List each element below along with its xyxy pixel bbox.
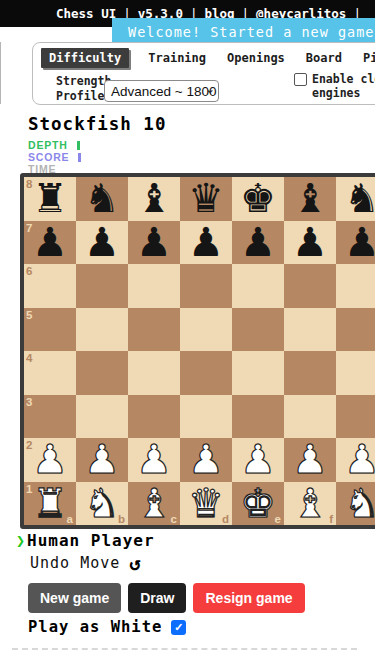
square-b7[interactable]: ♟ [76, 221, 128, 265]
turn-indicator-row: ❯ Human Player [16, 531, 155, 550]
square-c5[interactable] [128, 308, 180, 352]
square-g5[interactable] [336, 308, 375, 352]
square-a2[interactable]: 2♟ [24, 438, 76, 482]
square-g8[interactable]: ♞ [336, 177, 375, 221]
square-c1[interactable]: c♝ [128, 482, 180, 526]
action-buttons: New game Draw Resign game [28, 583, 305, 613]
piece-black-pawn[interactable]: ♟ [32, 221, 68, 264]
square-e1[interactable]: e♚ [232, 482, 284, 526]
piece-white-pawn[interactable]: ♟ [32, 438, 68, 481]
piece-black-pawn[interactable]: ♟ [136, 221, 172, 264]
tab-board[interactable]: Board [304, 48, 344, 68]
cloud-engines-checkbox[interactable] [294, 73, 307, 86]
square-d6[interactable] [180, 264, 232, 308]
piece-white-pawn[interactable]: ♟ [188, 438, 224, 481]
file-label-f: f [329, 513, 333, 525]
square-b1[interactable]: b♞ [76, 482, 128, 526]
stat-score: SCORE [28, 151, 81, 163]
stat-depth-label: DEPTH [28, 139, 68, 151]
play-as-white-checkbox[interactable]: ✓ [171, 620, 186, 635]
undo-move-row: Undo Move ↺ [30, 552, 142, 574]
square-a5[interactable]: 5 [24, 308, 76, 352]
tab-difficulty[interactable]: Difficulty [41, 48, 129, 68]
toast-message: Welcome! Started a new game [128, 24, 374, 40]
square-f7[interactable]: ♟ [284, 221, 336, 265]
cloud-engines-label: Enable cloud engines [312, 72, 375, 100]
square-a1[interactable]: 1a♜ [24, 482, 76, 526]
piece-black-pawn[interactable]: ♟ [240, 221, 276, 264]
rank-label-4: 4 [26, 352, 32, 364]
square-f4[interactable] [284, 351, 336, 395]
new-game-button[interactable]: New game [28, 583, 121, 613]
square-c2[interactable]: ♟ [128, 438, 180, 482]
tab-pieces[interactable]: Pieces [361, 48, 375, 68]
resign-game-button[interactable]: Resign game [193, 583, 304, 613]
square-b5[interactable] [76, 308, 128, 352]
engine-name: Stockfish 10 [28, 114, 166, 134]
cloud-engines-group: Enable cloud engines [294, 72, 375, 100]
settings-tabs: Difficulty Training Openings Board Piece… [41, 48, 375, 68]
square-e7[interactable]: ♟ [232, 221, 284, 265]
stat-depth-bar [77, 141, 80, 150]
square-e8[interactable]: ♚ [232, 177, 284, 221]
square-d8[interactable]: ♛ [180, 177, 232, 221]
piece-black-king[interactable]: ♚ [240, 177, 276, 220]
square-g2[interactable]: ♟ [336, 438, 375, 482]
piece-white-king[interactable]: ♚ [240, 482, 276, 525]
play-as-white-row: Play as White ✓ [28, 618, 186, 636]
turn-arrow-icon: ❯ [16, 532, 25, 550]
player-name: Human Player [27, 531, 155, 550]
square-g4[interactable] [336, 351, 375, 395]
undo-move-label: Undo Move [30, 554, 120, 572]
piece-white-pawn[interactable]: ♟ [84, 438, 120, 481]
square-f6[interactable] [284, 264, 336, 308]
piece-white-knight[interactable]: ♞ [344, 482, 375, 525]
section-divider [12, 648, 357, 650]
square-a7[interactable]: 7♟ [24, 221, 76, 265]
piece-black-queen[interactable]: ♛ [188, 177, 224, 220]
square-f1[interactable]: f♝ [284, 482, 336, 526]
square-d4[interactable] [180, 351, 232, 395]
piece-white-bishop[interactable]: ♝ [136, 482, 172, 525]
tab-openings[interactable]: Openings [225, 48, 287, 68]
piece-black-pawn[interactable]: ♟ [188, 221, 224, 264]
square-f8[interactable]: ♝ [284, 177, 336, 221]
square-d5[interactable] [180, 308, 232, 352]
piece-black-knight[interactable]: ♞ [84, 177, 120, 220]
piece-white-pawn[interactable]: ♟ [344, 438, 375, 481]
square-g6[interactable] [336, 264, 375, 308]
square-c6[interactable] [128, 264, 180, 308]
draw-button[interactable]: Draw [128, 583, 186, 613]
piece-white-rook[interactable]: ♜ [32, 482, 68, 525]
square-f5[interactable] [284, 308, 336, 352]
square-b6[interactable] [76, 264, 128, 308]
piece-black-bishop[interactable]: ♝ [292, 177, 328, 220]
square-f3[interactable] [284, 395, 336, 439]
square-d1[interactable]: d♛ [180, 482, 232, 526]
rank-label-3: 3 [26, 396, 32, 408]
piece-black-pawn[interactable]: ♟ [84, 221, 120, 264]
square-e6[interactable] [232, 264, 284, 308]
undo-icon[interactable]: ↺ [129, 552, 141, 574]
app-title: Chess UI [56, 6, 116, 21]
engine-stats: DEPTH SCORE TIME [28, 139, 81, 175]
square-b2[interactable]: ♟ [76, 438, 128, 482]
piece-black-bishop[interactable]: ♝ [136, 177, 172, 220]
stat-score-label: SCORE [28, 151, 69, 163]
piece-white-pawn[interactable]: ♟ [240, 438, 276, 481]
square-e3[interactable] [232, 395, 284, 439]
rank-label-5: 5 [26, 309, 32, 321]
piece-white-queen[interactable]: ♛ [188, 482, 224, 525]
square-d2[interactable]: ♟ [180, 438, 232, 482]
square-a8[interactable]: 8♜ [24, 177, 76, 221]
stat-depth: DEPTH [28, 139, 81, 151]
square-g1[interactable]: g♞ [336, 482, 375, 526]
piece-white-pawn[interactable]: ♟ [292, 438, 328, 481]
square-e5[interactable] [232, 308, 284, 352]
play-as-white-label: Play as White [28, 618, 162, 636]
square-b4[interactable] [76, 351, 128, 395]
square-f2[interactable]: ♟ [284, 438, 336, 482]
square-e2[interactable]: ♟ [232, 438, 284, 482]
piece-black-pawn[interactable]: ♟ [292, 221, 328, 264]
difficulty-panel: Difficulty Training Openings Board Piece… [32, 42, 375, 105]
tab-training[interactable]: Training [146, 48, 208, 68]
panel-left-border [0, 42, 1, 104]
square-d3[interactable] [180, 395, 232, 439]
square-c7[interactable]: ♟ [128, 221, 180, 265]
chess-board: 8♜♞♝♛♚♝♞♜7♟♟♟♟♟♟♟♟65432♟♟♟♟♟♟♟♟1a♜b♞c♝d♛… [24, 177, 375, 525]
square-d7[interactable]: ♟ [180, 221, 232, 265]
piece-black-knight[interactable]: ♞ [344, 177, 375, 220]
square-g7[interactable]: ♟ [336, 221, 375, 265]
piece-white-knight[interactable]: ♞ [84, 482, 120, 525]
square-c3[interactable] [128, 395, 180, 439]
square-b8[interactable]: ♞ [76, 177, 128, 221]
chess-ui-app: Chess UI | v5.3.0 | blog | @heycarlitos … [0, 0, 375, 667]
piece-white-pawn[interactable]: ♟ [136, 438, 172, 481]
strength-profile-select[interactable]: Advanced ~ 1800 ⌄ [104, 80, 219, 102]
piece-white-bishop[interactable]: ♝ [292, 482, 328, 525]
chess-board-frame: 8♜♞♝♛♚♝♞♜7♟♟♟♟♟♟♟♟65432♟♟♟♟♟♟♟♟1a♜b♞c♝d♛… [20, 173, 375, 529]
square-c8[interactable]: ♝ [128, 177, 180, 221]
piece-black-rook[interactable]: ♜ [32, 177, 68, 220]
square-a3[interactable]: 3 [24, 395, 76, 439]
chevron-down-icon: ⌄ [205, 82, 215, 96]
square-a6[interactable]: 6 [24, 264, 76, 308]
square-g3[interactable] [336, 395, 375, 439]
strength-profile-value: Advanced ~ 1800 [111, 84, 216, 99]
square-e4[interactable] [232, 351, 284, 395]
square-c4[interactable] [128, 351, 180, 395]
piece-black-pawn[interactable]: ♟ [344, 221, 375, 264]
square-b3[interactable] [76, 395, 128, 439]
stat-score-bar [78, 153, 81, 162]
rank-label-6: 6 [26, 265, 32, 277]
square-a4[interactable]: 4 [24, 351, 76, 395]
